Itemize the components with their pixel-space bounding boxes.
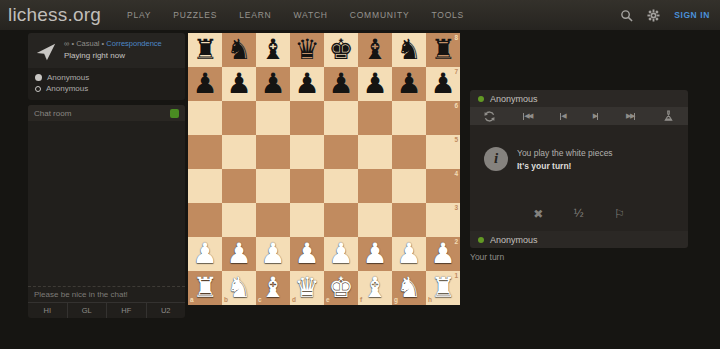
gear-icon[interactable] bbox=[647, 9, 660, 22]
sign-in-button[interactable]: SIGN IN bbox=[674, 10, 710, 20]
piece-white-pawn[interactable]: ♟ bbox=[358, 237, 392, 271]
rank-label-3: 3 bbox=[454, 205, 458, 212]
square-h7[interactable]: ♟7 bbox=[426, 67, 460, 101]
square-a6[interactable] bbox=[188, 101, 222, 135]
square-b1[interactable]: ♞b bbox=[222, 271, 256, 305]
square-f4[interactable] bbox=[358, 169, 392, 203]
game-meta-box: ∞ • Casual • Correspondence Playing righ… bbox=[28, 33, 185, 68]
square-g4[interactable] bbox=[392, 169, 426, 203]
online-dot bbox=[478, 96, 484, 102]
square-a7[interactable]: ♟ bbox=[188, 67, 222, 101]
paper-plane-icon bbox=[35, 41, 57, 63]
rank-label-4: 4 bbox=[454, 171, 458, 178]
rank-label-8: 8 bbox=[454, 35, 458, 42]
square-a5[interactable] bbox=[188, 135, 222, 169]
square-f8[interactable]: ♝ bbox=[358, 33, 392, 67]
black-player-row[interactable]: Anonymous bbox=[35, 83, 178, 94]
square-d7[interactable]: ♟ bbox=[290, 67, 324, 101]
square-h4[interactable]: 4 bbox=[426, 169, 460, 203]
top-navbar: lichess.org PLAY PUZZLES LEARN WATCH COM… bbox=[0, 0, 720, 30]
square-b3[interactable] bbox=[222, 203, 256, 237]
square-a1[interactable]: ♜a bbox=[188, 271, 222, 305]
rank-label-7: 7 bbox=[454, 69, 458, 76]
analysis-board-icon[interactable] bbox=[663, 110, 674, 122]
first-move-button[interactable]: ◀◀ bbox=[523, 113, 532, 120]
square-f2[interactable]: ♟ bbox=[358, 237, 392, 271]
file-label-c: c bbox=[258, 297, 262, 304]
piece-black-knight[interactable]: ♞ bbox=[392, 33, 426, 67]
square-g3[interactable] bbox=[392, 203, 426, 237]
online-dot bbox=[478, 237, 484, 243]
square-a4[interactable] bbox=[188, 169, 222, 203]
square-c4[interactable] bbox=[256, 169, 290, 203]
square-d5[interactable] bbox=[290, 135, 324, 169]
chat-header: Chat room bbox=[28, 105, 185, 121]
square-e8[interactable]: ♚ bbox=[324, 33, 358, 67]
main-menu: PLAY PUZZLES LEARN WATCH COMMUNITY TOOLS bbox=[127, 10, 464, 20]
square-e7[interactable]: ♟ bbox=[324, 67, 358, 101]
square-a3[interactable] bbox=[188, 203, 222, 237]
info-line2: It's your turn! bbox=[517, 161, 613, 171]
square-e4[interactable] bbox=[324, 169, 358, 203]
chat-toggle[interactable] bbox=[170, 109, 179, 118]
chat-messages bbox=[28, 121, 185, 286]
flip-board-button[interactable] bbox=[484, 111, 495, 122]
previous-move-button[interactable]: ◀ bbox=[560, 113, 565, 120]
game-info-area: i You play the white pieces It's your tu… bbox=[470, 125, 688, 231]
chat-presets: HI GL HF U2 bbox=[28, 302, 185, 318]
game-sidebar: ∞ • Casual • Correspondence Playing righ… bbox=[28, 33, 185, 318]
game-type-text: ∞ • Casual • bbox=[64, 39, 104, 48]
file-label-d: d bbox=[292, 297, 296, 304]
preset-hf-button[interactable]: HF bbox=[107, 303, 147, 318]
move-controls: ◀◀ ◀ ▶ ▶▶ bbox=[470, 107, 688, 125]
square-f6[interactable] bbox=[358, 101, 392, 135]
square-h6[interactable]: 6 bbox=[426, 101, 460, 135]
piece-black-bishop[interactable]: ♝ bbox=[256, 33, 290, 67]
square-b6[interactable] bbox=[222, 101, 256, 135]
square-c8[interactable]: ♝ bbox=[256, 33, 290, 67]
square-b4[interactable] bbox=[222, 169, 256, 203]
resign-flag-icon[interactable]: ⚐ bbox=[614, 207, 625, 221]
next-move-button[interactable]: ▶ bbox=[593, 113, 598, 120]
piece-black-pawn[interactable]: ♟ bbox=[188, 67, 222, 101]
square-b7[interactable]: ♟ bbox=[222, 67, 256, 101]
black-player-dot bbox=[35, 86, 41, 92]
abort-game-icon[interactable]: ✖ bbox=[533, 207, 543, 221]
square-d8[interactable]: ♛ bbox=[290, 33, 324, 67]
game-panel: Anonymous ◀◀ ◀ ▶ ▶▶ i You play the white… bbox=[470, 90, 688, 248]
file-label-g: g bbox=[394, 297, 398, 304]
square-b8[interactable]: ♞ bbox=[222, 33, 256, 67]
file-label-f: f bbox=[360, 297, 362, 304]
players-box: Anonymous Anonymous bbox=[28, 68, 185, 100]
info-icon: i bbox=[484, 147, 508, 171]
white-player-name: Anonymous bbox=[47, 73, 89, 82]
top-player-bar[interactable]: Anonymous bbox=[470, 90, 688, 107]
white-player-row[interactable]: Anonymous bbox=[35, 72, 178, 83]
chat-title: Chat room bbox=[34, 109, 71, 118]
square-e3[interactable] bbox=[324, 203, 358, 237]
nav-item-tools[interactable]: TOOLS bbox=[431, 10, 464, 20]
file-label-a: a bbox=[190, 297, 194, 304]
offer-draw-icon[interactable]: ½ bbox=[573, 207, 584, 221]
bottom-player-bar[interactable]: Anonymous bbox=[470, 231, 688, 248]
square-g5[interactable] bbox=[392, 135, 426, 169]
file-label-e: e bbox=[326, 297, 330, 304]
nav-item-watch[interactable]: WATCH bbox=[294, 10, 328, 20]
square-c7[interactable]: ♟ bbox=[256, 67, 290, 101]
white-player-dot bbox=[35, 74, 42, 81]
square-d3[interactable] bbox=[290, 203, 324, 237]
square-h8[interactable]: ♜8 bbox=[426, 33, 460, 67]
preset-hi-button[interactable]: HI bbox=[28, 303, 68, 318]
piece-white-bishop[interactable]: ♝ bbox=[358, 271, 392, 305]
piece-black-knight[interactable]: ♞ bbox=[222, 33, 256, 67]
nav-right: SIGN IN bbox=[620, 9, 710, 22]
chat-input[interactable]: Please be nice in the chat! bbox=[28, 286, 185, 302]
piece-white-pawn[interactable]: ♟ bbox=[324, 237, 358, 271]
square-f5[interactable] bbox=[358, 135, 392, 169]
square-h5[interactable]: 5 bbox=[426, 135, 460, 169]
square-d4[interactable] bbox=[290, 169, 324, 203]
square-g1[interactable]: ♞g bbox=[392, 271, 426, 305]
piece-black-king[interactable]: ♚ bbox=[324, 33, 358, 67]
rank-label-5: 5 bbox=[454, 137, 458, 144]
square-h2[interactable]: ♟2 bbox=[426, 237, 460, 271]
game-actions: ✖ ½ ⚐ bbox=[470, 207, 688, 221]
piece-white-pawn[interactable]: ♟ bbox=[392, 237, 426, 271]
square-d2[interactable]: ♟ bbox=[290, 237, 324, 271]
square-d1[interactable]: ♛d bbox=[290, 271, 324, 305]
piece-black-pawn[interactable]: ♟ bbox=[256, 67, 290, 101]
piece-black-pawn[interactable]: ♟ bbox=[222, 67, 256, 101]
square-b5[interactable] bbox=[222, 135, 256, 169]
square-c2[interactable]: ♟ bbox=[256, 237, 290, 271]
nav-item-learn[interactable]: LEARN bbox=[239, 10, 271, 20]
chess-board: ♜♞♝♛♚♝♞♜8♟♟♟♟♟♟♟♟76543♟♟♟♟♟♟♟♟2♜a♞b♝c♛d♚… bbox=[188, 33, 460, 305]
preset-u2-button[interactable]: U2 bbox=[147, 303, 186, 318]
search-icon[interactable] bbox=[620, 9, 633, 22]
piece-white-pawn[interactable]: ♟ bbox=[290, 237, 324, 271]
square-h3[interactable]: 3 bbox=[426, 203, 460, 237]
piece-black-pawn[interactable]: ♟ bbox=[290, 67, 324, 101]
piece-black-rook[interactable]: ♜ bbox=[188, 33, 222, 67]
square-e5[interactable] bbox=[324, 135, 358, 169]
square-a8[interactable]: ♜ bbox=[188, 33, 222, 67]
square-f1[interactable]: ♝f bbox=[358, 271, 392, 305]
piece-black-pawn[interactable]: ♟ bbox=[324, 67, 358, 101]
square-a2[interactable]: ♟ bbox=[188, 237, 222, 271]
preset-gl-button[interactable]: GL bbox=[68, 303, 108, 318]
piece-black-bishop[interactable]: ♝ bbox=[358, 33, 392, 67]
square-e1[interactable]: ♚e bbox=[324, 271, 358, 305]
square-c6[interactable] bbox=[256, 101, 290, 135]
square-e2[interactable]: ♟ bbox=[324, 237, 358, 271]
lichess-logo[interactable]: lichess.org bbox=[8, 4, 101, 26]
rank-label-6: 6 bbox=[454, 103, 458, 110]
nav-item-community[interactable]: COMMUNITY bbox=[350, 10, 410, 20]
game-status-line: Playing right now bbox=[64, 51, 162, 60]
top-player-name: Anonymous bbox=[490, 94, 538, 104]
piece-white-pawn[interactable]: ♟ bbox=[222, 237, 256, 271]
square-c3[interactable] bbox=[256, 203, 290, 237]
last-move-button[interactable]: ▶▶ bbox=[626, 113, 635, 120]
piece-black-pawn[interactable]: ♟ bbox=[392, 67, 426, 101]
rank-label-1: 1 bbox=[454, 273, 458, 280]
nav-item-play[interactable]: PLAY bbox=[127, 10, 151, 20]
square-g2[interactable]: ♟ bbox=[392, 237, 426, 271]
square-g7[interactable]: ♟ bbox=[392, 67, 426, 101]
rank-label-2: 2 bbox=[454, 239, 458, 246]
game-type-line: ∞ • Casual • Correspondence bbox=[64, 39, 162, 48]
square-g8[interactable]: ♞ bbox=[392, 33, 426, 67]
turn-info-box: i You play the white pieces It's your tu… bbox=[484, 147, 613, 171]
square-g6[interactable] bbox=[392, 101, 426, 135]
square-b2[interactable]: ♟ bbox=[222, 237, 256, 271]
correspondence-link[interactable]: Correspondence bbox=[106, 39, 161, 48]
square-f7[interactable]: ♟ bbox=[358, 67, 392, 101]
square-d6[interactable] bbox=[290, 101, 324, 135]
square-e6[interactable] bbox=[324, 101, 358, 135]
chat-panel: Chat room Please be nice in the chat! HI… bbox=[28, 105, 185, 318]
square-c5[interactable] bbox=[256, 135, 290, 169]
square-f3[interactable] bbox=[358, 203, 392, 237]
black-player-name: Anonymous bbox=[46, 84, 88, 93]
turn-status: Your turn bbox=[470, 252, 504, 262]
info-line1: You play the white pieces bbox=[517, 148, 613, 158]
bottom-player-name: Anonymous bbox=[490, 235, 538, 245]
file-label-h: h bbox=[428, 297, 432, 304]
square-c1[interactable]: ♝c bbox=[256, 271, 290, 305]
piece-black-queen[interactable]: ♛ bbox=[290, 33, 324, 67]
file-label-b: b bbox=[224, 297, 228, 304]
piece-black-pawn[interactable]: ♟ bbox=[358, 67, 392, 101]
nav-item-puzzles[interactable]: PUZZLES bbox=[173, 10, 217, 20]
square-h1[interactable]: ♜1h bbox=[426, 271, 460, 305]
piece-white-pawn[interactable]: ♟ bbox=[188, 237, 222, 271]
piece-white-pawn[interactable]: ♟ bbox=[256, 237, 290, 271]
